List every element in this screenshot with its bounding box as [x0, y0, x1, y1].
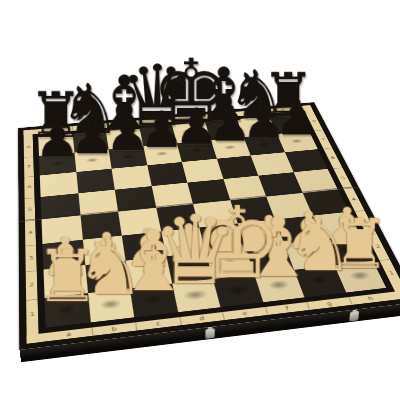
chess-set-photo: abcdefgh abcdefgh 87654321 87654321 ♜♞♝♛… — [0, 0, 400, 400]
board-stage: abcdefgh abcdefgh 87654321 87654321 ♜♞♝♛… — [0, 0, 400, 400]
coord-label-c: c — [135, 317, 180, 331]
white-rook[interactable]: ♜ — [9, 198, 125, 309]
coord-label-a: a — [46, 328, 92, 342]
coord-label-g: g — [306, 297, 351, 310]
coord-label-e: e — [222, 307, 267, 320]
metal-clasp — [349, 311, 359, 321]
coord-label-d: d — [179, 312, 224, 325]
coord-label-h: h — [348, 292, 393, 305]
coord-label-b: b — [91, 322, 137, 336]
metal-clasp — [205, 328, 214, 339]
coord-label-f: f — [264, 302, 309, 315]
coord-label-8: 8 — [24, 137, 34, 157]
